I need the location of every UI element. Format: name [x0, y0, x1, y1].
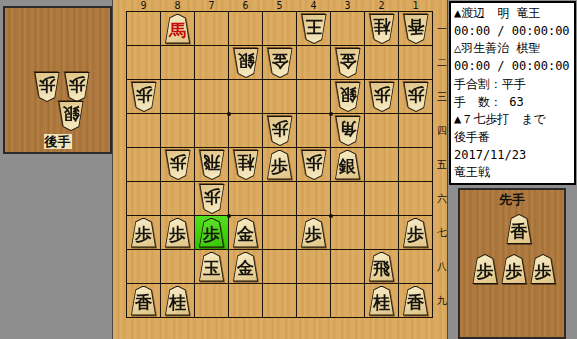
piece-kanji: 金	[233, 218, 259, 248]
cell-64[interactable]	[229, 114, 262, 147]
cell-92[interactable]	[127, 46, 160, 79]
piece-54-歩[interactable]: 歩	[267, 116, 293, 146]
piece-kanji: 歩	[165, 150, 191, 180]
piece-kanji: 馬	[165, 14, 191, 44]
info-line-5: 手合割：平手	[454, 76, 571, 94]
rank-label-8: 八	[435, 250, 449, 283]
piece-52-金[interactable]: 金	[267, 48, 293, 78]
piece-kanji: 歩	[472, 254, 498, 284]
info-line-6: 手 数： 63	[454, 94, 571, 112]
piece-kanji: 歩	[403, 82, 429, 112]
piece-kanji: 飛	[369, 252, 395, 282]
gote-label: 後手	[44, 134, 72, 149]
piece-kanji: 桂	[233, 150, 259, 180]
piece-89-桂[interactable]: 桂	[165, 286, 191, 316]
piece-41-王[interactable]: 王	[301, 14, 327, 44]
shogi-viewer: { "game": "shogi", "event": "竜王戦", "date…	[0, 0, 577, 339]
sente-hand-stand: 先手 香歩歩歩	[458, 188, 566, 339]
piece-kanji: 歩	[301, 150, 327, 180]
piece-kanji: 歩	[301, 218, 327, 248]
cell-66[interactable]	[229, 182, 262, 215]
cell-38[interactable]	[331, 250, 364, 283]
piece-kanji: 玉	[199, 252, 225, 282]
cell-51[interactable]	[263, 12, 296, 45]
cell-57[interactable]	[263, 216, 296, 249]
file-label-7: 7	[195, 0, 228, 11]
cell-39[interactable]	[331, 284, 364, 317]
piece-kanji: 歩	[403, 218, 429, 248]
piece-99-香[interactable]: 香	[131, 286, 157, 316]
cell-69[interactable]	[229, 284, 262, 317]
piece-kanji: 歩	[131, 218, 157, 248]
piece-kanji: 歩	[369, 82, 395, 112]
piece-kanji: 飛	[199, 150, 225, 180]
info-line-2: 00:00 / 00:00:00	[454, 23, 571, 41]
piece-62-銀[interactable]: 銀	[233, 48, 259, 78]
piece-kanji: 歩	[165, 218, 191, 248]
star-point	[329, 214, 333, 218]
rank-label-4: 四	[435, 114, 449, 147]
cell-36[interactable]	[331, 182, 364, 215]
piece-kanji: 銀	[58, 101, 84, 131]
piece-gote-hand-銀[interactable]: 銀	[58, 101, 84, 131]
piece-78-玉[interactable]: 玉	[199, 252, 225, 282]
rank-label-5: 五	[435, 148, 449, 181]
rank-label-9: 九	[435, 284, 449, 317]
piece-kanji: 角	[335, 116, 361, 146]
sente-label: 先手	[499, 192, 525, 207]
piece-87-歩[interactable]: 歩	[165, 218, 191, 248]
cell-73[interactable]	[195, 80, 228, 113]
cell-59[interactable]	[263, 284, 296, 317]
cell-63[interactable]	[229, 80, 262, 113]
piece-kanji: 歩	[267, 116, 293, 146]
cell-42[interactable]	[297, 46, 330, 79]
rank-label-6: 六	[435, 182, 449, 215]
piece-67-金[interactable]: 金	[233, 218, 259, 248]
cell-48[interactable]	[297, 250, 330, 283]
gote-hand-stand: 後手 歩歩銀	[3, 6, 112, 154]
piece-kanji: 歩	[199, 218, 225, 248]
piece-97-歩[interactable]: 歩	[131, 218, 157, 248]
piece-93-歩[interactable]: 歩	[131, 82, 157, 112]
cell-84[interactable]	[161, 114, 194, 147]
cell-14[interactable]	[399, 114, 432, 147]
file-label-9: 9	[127, 0, 160, 11]
star-point	[329, 112, 333, 116]
piece-19-香[interactable]: 香	[403, 286, 429, 316]
cell-79[interactable]	[195, 284, 228, 317]
cell-46[interactable]	[297, 182, 330, 215]
piece-kanji: 銀	[335, 82, 361, 112]
piece-85-歩[interactable]: 歩	[165, 150, 191, 180]
piece-kanji: 金	[233, 252, 259, 282]
rank-label-2: 二	[435, 46, 449, 79]
piece-21-桂[interactable]: 桂	[369, 14, 395, 44]
piece-17-歩[interactable]: 歩	[403, 218, 429, 248]
piece-34-角[interactable]: 角	[335, 116, 361, 146]
cell-96[interactable]	[127, 182, 160, 215]
piece-kanji: 歩	[267, 150, 293, 180]
piece-kanji: 銀	[335, 150, 361, 180]
piece-kanji: 歩	[64, 72, 90, 102]
piece-76-歩[interactable]: 歩	[199, 184, 225, 214]
piece-sente-hand-歩[interactable]: 歩	[501, 254, 527, 284]
piece-32-金[interactable]: 金	[335, 48, 361, 78]
piece-55-歩[interactable]: 歩	[267, 150, 293, 180]
piece-77-歩[interactable]: 歩	[199, 218, 225, 248]
file-label-5: 5	[263, 0, 296, 11]
info-line-1: ▲渡辺 明 竜王	[454, 5, 571, 23]
star-point	[227, 112, 231, 116]
piece-kanji: 香	[131, 286, 157, 316]
cell-74[interactable]	[195, 114, 228, 147]
piece-kanji: 歩	[34, 72, 60, 102]
shogi-board: 987654321一二三四五六七八九歩歩飛歩銀桂金歩王歩金銀角桂歩香歩馬歩歩歩玉…	[112, 0, 448, 339]
piece-23-歩[interactable]: 歩	[369, 82, 395, 112]
star-point	[227, 214, 231, 218]
cell-91[interactable]	[127, 12, 160, 45]
cell-24[interactable]	[365, 114, 398, 147]
piece-47-歩[interactable]: 歩	[301, 218, 327, 248]
cell-16[interactable]	[399, 182, 432, 215]
piece-kanji: 桂	[369, 14, 395, 44]
cell-71[interactable]	[195, 12, 228, 45]
piece-28-飛[interactable]: 飛	[369, 252, 395, 282]
piece-sente-hand-歩[interactable]: 歩	[472, 254, 498, 284]
piece-81-馬[interactable]: 馬	[165, 14, 191, 44]
piece-kanji: 桂	[369, 286, 395, 316]
piece-kanji: 香	[403, 14, 429, 44]
cell-37[interactable]	[331, 216, 364, 249]
cell-95[interactable]	[127, 148, 160, 181]
piece-gote-hand-歩[interactable]: 歩	[34, 72, 60, 102]
file-label-2: 2	[365, 0, 398, 11]
cell-27[interactable]	[365, 216, 398, 249]
file-label-4: 4	[297, 0, 330, 11]
piece-sente-hand-歩[interactable]: 歩	[530, 254, 556, 284]
cell-98[interactable]	[127, 250, 160, 283]
piece-65-桂[interactable]: 桂	[233, 150, 259, 180]
cell-15[interactable]	[399, 148, 432, 181]
piece-11-香[interactable]: 香	[403, 14, 429, 44]
game-info-panel: ▲渡辺 明 竜王00:00 / 00:00:00△羽生善治 棋聖00:00 / …	[449, 1, 576, 185]
file-label-3: 3	[331, 0, 364, 11]
piece-kanji: 王	[301, 14, 327, 44]
cell-86[interactable]	[161, 182, 194, 215]
piece-kanji: 歩	[199, 184, 225, 214]
piece-45-歩[interactable]: 歩	[301, 150, 327, 180]
piece-kanji: 香	[403, 286, 429, 316]
piece-kanji: 香	[506, 214, 532, 244]
piece-sente-hand-香[interactable]: 香	[506, 214, 532, 244]
piece-kanji: 桂	[165, 286, 191, 316]
info-line-7: ▲７七歩打 まで	[454, 111, 571, 129]
piece-kanji: 歩	[131, 82, 157, 112]
rank-label-3: 三	[435, 80, 449, 113]
info-line-8: 後手番	[454, 129, 571, 147]
info-line-4: 00:00 / 00:00:00	[454, 58, 571, 76]
piece-33-銀[interactable]: 銀	[335, 82, 361, 112]
cell-53[interactable]	[263, 80, 296, 113]
info-line-3: △羽生善治 棋聖	[454, 40, 571, 58]
cell-25[interactable]	[365, 148, 398, 181]
cell-83[interactable]	[161, 80, 194, 113]
info-line-9: 2017/11/23	[454, 147, 571, 165]
piece-68-金[interactable]: 金	[233, 252, 259, 282]
file-label-6: 6	[229, 0, 262, 11]
cell-26[interactable]	[365, 182, 398, 215]
rank-label-7: 七	[435, 216, 449, 249]
cell-82[interactable]	[161, 46, 194, 79]
cell-12[interactable]	[399, 46, 432, 79]
cell-94[interactable]	[127, 114, 160, 147]
cell-61[interactable]	[229, 12, 262, 45]
cell-49[interactable]	[297, 284, 330, 317]
cell-44[interactable]	[297, 114, 330, 147]
piece-29-桂[interactable]: 桂	[369, 286, 395, 316]
piece-13-歩[interactable]: 歩	[403, 82, 429, 112]
rank-label-1: 一	[435, 12, 449, 45]
info-line-10: 竜王戦	[454, 164, 571, 182]
piece-gote-hand-歩[interactable]: 歩	[64, 72, 90, 102]
cell-56[interactable]	[263, 182, 296, 215]
piece-kanji: 歩	[501, 254, 527, 284]
file-label-1: 1	[399, 0, 432, 11]
file-label-8: 8	[161, 0, 194, 11]
cell-72[interactable]	[195, 46, 228, 79]
cell-22[interactable]	[365, 46, 398, 79]
piece-kanji: 銀	[233, 48, 259, 78]
cell-18[interactable]	[399, 250, 432, 283]
cell-88[interactable]	[161, 250, 194, 283]
piece-75-飛[interactable]: 飛	[199, 150, 225, 180]
piece-kanji: 金	[335, 48, 361, 78]
piece-kanji: 歩	[530, 254, 556, 284]
cell-43[interactable]	[297, 80, 330, 113]
piece-kanji: 金	[267, 48, 293, 78]
cell-58[interactable]	[263, 250, 296, 283]
cell-31[interactable]	[331, 12, 364, 45]
piece-35-銀[interactable]: 銀	[335, 150, 361, 180]
